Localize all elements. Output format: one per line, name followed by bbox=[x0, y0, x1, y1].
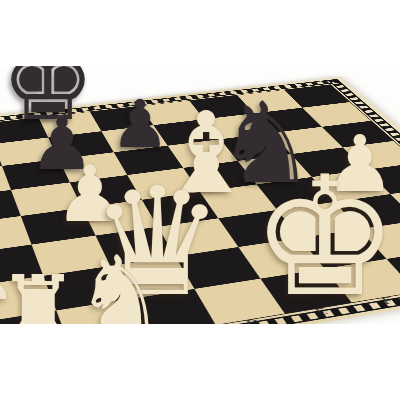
white-king-e1: ♚ bbox=[251, 155, 399, 320]
white-background-top bbox=[0, 0, 400, 66]
photo-area: ABCDEFGH ♚♟♟♞♝♟♟♛♚♞♜♟ bbox=[0, 66, 400, 324]
white-knight-b1: ♞ bbox=[75, 243, 165, 324]
chess-set-photo: ABCDEFGH ♚♟♟♞♝♟♟♛♚♞♜♟ bbox=[0, 0, 400, 400]
white-rook-a1: ♜ bbox=[0, 264, 79, 324]
white-background-bottom bbox=[0, 324, 400, 400]
